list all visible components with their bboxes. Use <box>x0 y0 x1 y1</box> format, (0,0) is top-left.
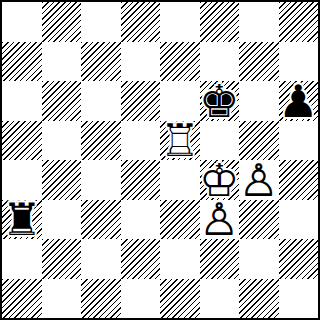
square-c7[interactable] <box>81 42 121 82</box>
square-d7[interactable] <box>121 42 161 82</box>
square-c2[interactable] <box>81 239 121 279</box>
piece-black-rook[interactable]: ♜︎ <box>2 200 42 240</box>
square-e5[interactable]: ♜︎♖︎ <box>160 121 200 161</box>
black-pawn-icon: ♟︎ <box>278 78 318 123</box>
square-e8[interactable] <box>160 2 200 42</box>
square-d6[interactable] <box>121 81 161 121</box>
square-g6[interactable] <box>239 81 279 121</box>
square-d5[interactable] <box>121 121 161 161</box>
square-d2[interactable] <box>121 239 161 279</box>
square-g8[interactable] <box>239 2 279 42</box>
square-f8[interactable] <box>200 2 240 42</box>
square-d8[interactable] <box>121 2 161 42</box>
square-b5[interactable] <box>42 121 82 161</box>
square-a3[interactable]: ♜︎ <box>2 200 42 240</box>
square-e3[interactable] <box>160 200 200 240</box>
white-rook-icon: ♖︎ <box>160 118 200 163</box>
square-c6[interactable] <box>81 81 121 121</box>
square-b8[interactable] <box>42 2 82 42</box>
square-g4[interactable]: ♟︎♙︎ <box>239 160 279 200</box>
square-b4[interactable] <box>42 160 82 200</box>
square-a8[interactable] <box>2 2 42 42</box>
piece-white-pawn[interactable]: ♟︎♙︎ <box>239 160 279 200</box>
square-a6[interactable] <box>2 81 42 121</box>
square-c1[interactable] <box>81 279 121 319</box>
square-e1[interactable] <box>160 279 200 319</box>
square-g7[interactable] <box>239 42 279 82</box>
square-h2[interactable] <box>279 239 319 279</box>
square-b3[interactable] <box>42 200 82 240</box>
square-h8[interactable] <box>279 2 319 42</box>
square-g1[interactable] <box>239 279 279 319</box>
square-a7[interactable] <box>2 42 42 82</box>
square-c5[interactable] <box>81 121 121 161</box>
chess-board: ♚︎♟︎♜︎♖︎♚︎♔︎♟︎♙︎♜︎♟︎♙︎ <box>0 0 320 320</box>
square-e7[interactable] <box>160 42 200 82</box>
black-rook-icon: ♜︎ <box>2 197 42 242</box>
square-d4[interactable] <box>121 160 161 200</box>
white-pawn-icon: ♙︎ <box>239 157 279 202</box>
square-h1[interactable] <box>279 279 319 319</box>
square-d1[interactable] <box>121 279 161 319</box>
square-h6[interactable]: ♟︎ <box>279 81 319 121</box>
square-e2[interactable] <box>160 239 200 279</box>
square-g2[interactable] <box>239 239 279 279</box>
square-h3[interactable] <box>279 200 319 240</box>
white-pawn-icon: ♙︎ <box>199 197 239 242</box>
piece-black-king[interactable]: ♚︎ <box>200 81 240 121</box>
square-b1[interactable] <box>42 279 82 319</box>
square-c3[interactable] <box>81 200 121 240</box>
square-f1[interactable] <box>200 279 240 319</box>
black-king-icon: ♚︎ <box>199 78 239 123</box>
square-c8[interactable] <box>81 2 121 42</box>
piece-black-pawn[interactable]: ♟︎ <box>279 81 319 121</box>
square-b6[interactable] <box>42 81 82 121</box>
square-b7[interactable] <box>42 42 82 82</box>
piece-white-pawn[interactable]: ♟︎♙︎ <box>200 200 240 240</box>
square-a1[interactable] <box>2 279 42 319</box>
square-c4[interactable] <box>81 160 121 200</box>
piece-white-rook[interactable]: ♜︎♖︎ <box>160 121 200 161</box>
square-d3[interactable] <box>121 200 161 240</box>
square-a5[interactable] <box>2 121 42 161</box>
square-h4[interactable] <box>279 160 319 200</box>
square-f3[interactable]: ♟︎♙︎ <box>200 200 240 240</box>
square-f6[interactable]: ♚︎ <box>200 81 240 121</box>
square-b2[interactable] <box>42 239 82 279</box>
